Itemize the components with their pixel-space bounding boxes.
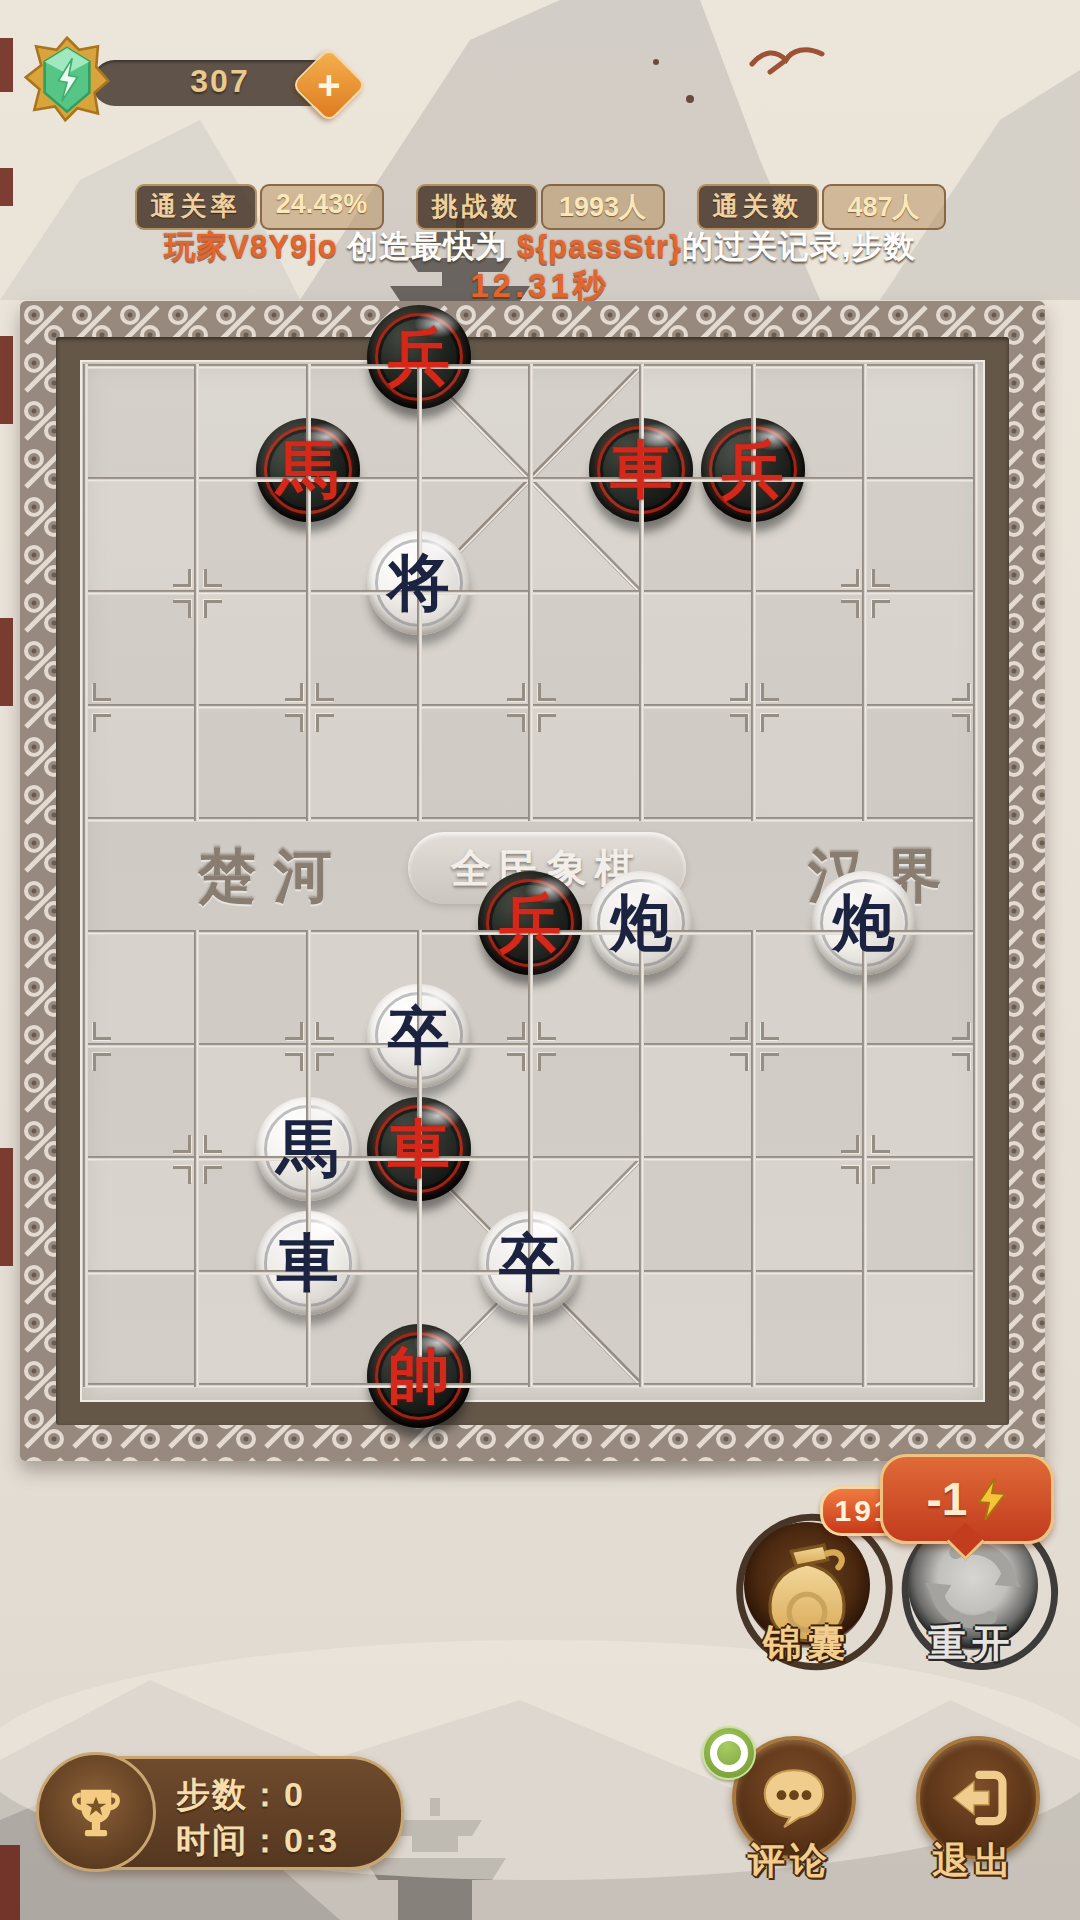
board-cell <box>753 1272 864 1385</box>
point-marker <box>841 1166 859 1184</box>
piece-glyph: 兵 <box>388 326 450 388</box>
point-marker <box>285 714 303 732</box>
stat-value-pill: 1993人 <box>541 184 665 230</box>
point-marker <box>872 1135 890 1153</box>
energy-count: 307 <box>150 63 290 100</box>
piece-glyph: 兵 <box>722 439 784 501</box>
point-marker <box>93 714 111 732</box>
point-marker <box>285 1022 303 1040</box>
grid-line <box>83 364 88 1387</box>
edge-seal-mark <box>0 618 13 706</box>
point-marker <box>173 1166 191 1184</box>
point-marker <box>841 600 859 618</box>
point-marker <box>93 1022 111 1040</box>
lightning-icon <box>977 1478 1007 1520</box>
grid-line <box>528 930 533 1387</box>
bird-icon <box>752 50 822 72</box>
board-field: 楚河 汉界 全民象棋 兵馬車兵将兵炮炮卒馬車車卒帥 <box>80 360 985 1402</box>
point-marker <box>872 569 890 587</box>
point-marker <box>872 600 890 618</box>
stat-group-1: 挑战数1993人 <box>416 184 665 230</box>
point-marker <box>952 1022 970 1040</box>
point-marker <box>173 569 191 587</box>
grid-line <box>194 364 199 821</box>
restart-cost-text: -1 <box>927 1472 968 1526</box>
point-marker <box>507 683 525 701</box>
point-marker <box>761 683 779 701</box>
board-cell <box>85 1272 196 1385</box>
stat-label-pill: 通关率 <box>135 184 257 230</box>
speech-bubble-icon <box>759 1766 829 1830</box>
board-cell <box>864 366 975 479</box>
grid-line <box>528 364 533 821</box>
stats-row: 通关率24.43%挑战数1993人通关数487人 <box>0 184 1080 230</box>
point-marker <box>507 714 525 732</box>
stat-value-pill: 487人 <box>822 184 946 230</box>
exit-label: 退出 <box>894 1836 1054 1886</box>
point-marker <box>952 1053 970 1071</box>
point-marker <box>538 1022 556 1040</box>
point-marker <box>538 1053 556 1071</box>
point-marker <box>93 1053 111 1071</box>
piece-glyph: 将 <box>388 552 450 614</box>
piece-glyph: 炮 <box>833 892 895 954</box>
xiangqi-board: 楚河 汉界 全民象棋 兵馬車兵将兵炮炮卒馬車車卒帥 <box>20 301 1045 1461</box>
stat-value-pill: 24.43% <box>260 184 384 230</box>
point-marker <box>316 714 334 732</box>
point-marker <box>952 714 970 732</box>
steps-counter: 步数：0 <box>176 1772 396 1818</box>
piece-glyph: 車 <box>610 439 672 501</box>
grid-line <box>639 930 644 1387</box>
exit-arrow-icon <box>944 1764 1012 1832</box>
point-marker <box>204 1166 222 1184</box>
record-text-part: ${passStr} <box>517 229 682 264</box>
point-marker <box>285 683 303 701</box>
point-marker <box>316 683 334 701</box>
hint-bag-label: 锦囊 <box>727 1618 887 1669</box>
piece-glyph: 馬 <box>277 1118 339 1180</box>
point-marker <box>507 1053 525 1071</box>
board-cell <box>864 1272 975 1385</box>
point-marker <box>285 1053 303 1071</box>
edge-seal-mark <box>0 336 13 424</box>
edge-seal-mark <box>0 1148 13 1266</box>
point-marker <box>730 683 748 701</box>
stat-group-2: 通关数487人 <box>697 184 946 230</box>
piece-glyph: 馬 <box>277 439 339 501</box>
grid-line <box>973 364 978 1387</box>
edge-seal-mark <box>0 38 13 92</box>
point-marker <box>730 1053 748 1071</box>
time-counter: 时间：0:3 <box>176 1818 396 1864</box>
point-marker <box>841 1135 859 1153</box>
lightning-gem-icon <box>24 36 110 122</box>
grid-line <box>862 930 867 1387</box>
piece-glyph: 車 <box>388 1118 450 1180</box>
piece-glyph: 卒 <box>388 1005 450 1067</box>
board-cell <box>641 1272 752 1385</box>
board-cell <box>85 366 196 479</box>
comment-label: 评论 <box>710 1836 870 1886</box>
point-marker <box>872 1166 890 1184</box>
grid-line <box>194 930 199 1387</box>
point-marker <box>730 714 748 732</box>
point-marker <box>204 1135 222 1153</box>
piece-glyph: 車 <box>277 1232 339 1294</box>
bird-speck <box>686 95 694 103</box>
point-marker <box>761 1022 779 1040</box>
point-marker <box>204 600 222 618</box>
piece-glyph: 兵 <box>499 892 561 954</box>
piece-glyph: 炮 <box>610 892 672 954</box>
comment-status-badge <box>702 1726 756 1780</box>
plus-icon: + <box>304 60 354 110</box>
point-marker <box>730 1022 748 1040</box>
restart-label: 重开 <box>892 1618 1052 1669</box>
point-marker <box>761 1053 779 1071</box>
game-screen: 307 + 通关率24.43%挑战数1993人通关数487人 玩家V8Y9jo … <box>0 0 1080 1920</box>
trophy-icon <box>60 1776 132 1848</box>
bird-speck <box>653 59 659 65</box>
piece-glyph: 帥 <box>388 1345 450 1407</box>
ring-icon <box>710 1734 748 1772</box>
grid-line <box>751 930 756 1387</box>
stat-label-pill: 挑战数 <box>416 184 538 230</box>
trophy-badge <box>36 1752 156 1872</box>
point-marker <box>316 1022 334 1040</box>
stat-label-pill: 通关数 <box>697 184 819 230</box>
record-text-part: 的过关记录,步数 <box>682 229 916 264</box>
point-marker <box>93 683 111 701</box>
point-marker <box>173 600 191 618</box>
point-marker <box>538 714 556 732</box>
record-banner-line1: 玩家V8Y9jo 创造最快为 ${passStr}的过关记录,步数 <box>0 226 1080 268</box>
point-marker <box>538 683 556 701</box>
board-cell <box>641 1158 752 1271</box>
point-marker <box>761 714 779 732</box>
point-marker <box>204 569 222 587</box>
point-marker <box>841 569 859 587</box>
piece-glyph: 卒 <box>499 1232 561 1294</box>
point-marker <box>316 1053 334 1071</box>
record-text-part: 玩家V8Y9jo <box>164 229 347 264</box>
grid-line <box>862 364 867 821</box>
record-text-part: 创造最快为 <box>347 229 517 264</box>
point-marker <box>952 683 970 701</box>
edge-seal-mark <box>0 1845 20 1920</box>
point-marker <box>173 1135 191 1153</box>
point-marker <box>507 1022 525 1040</box>
stat-group-0: 通关率24.43% <box>135 184 384 230</box>
